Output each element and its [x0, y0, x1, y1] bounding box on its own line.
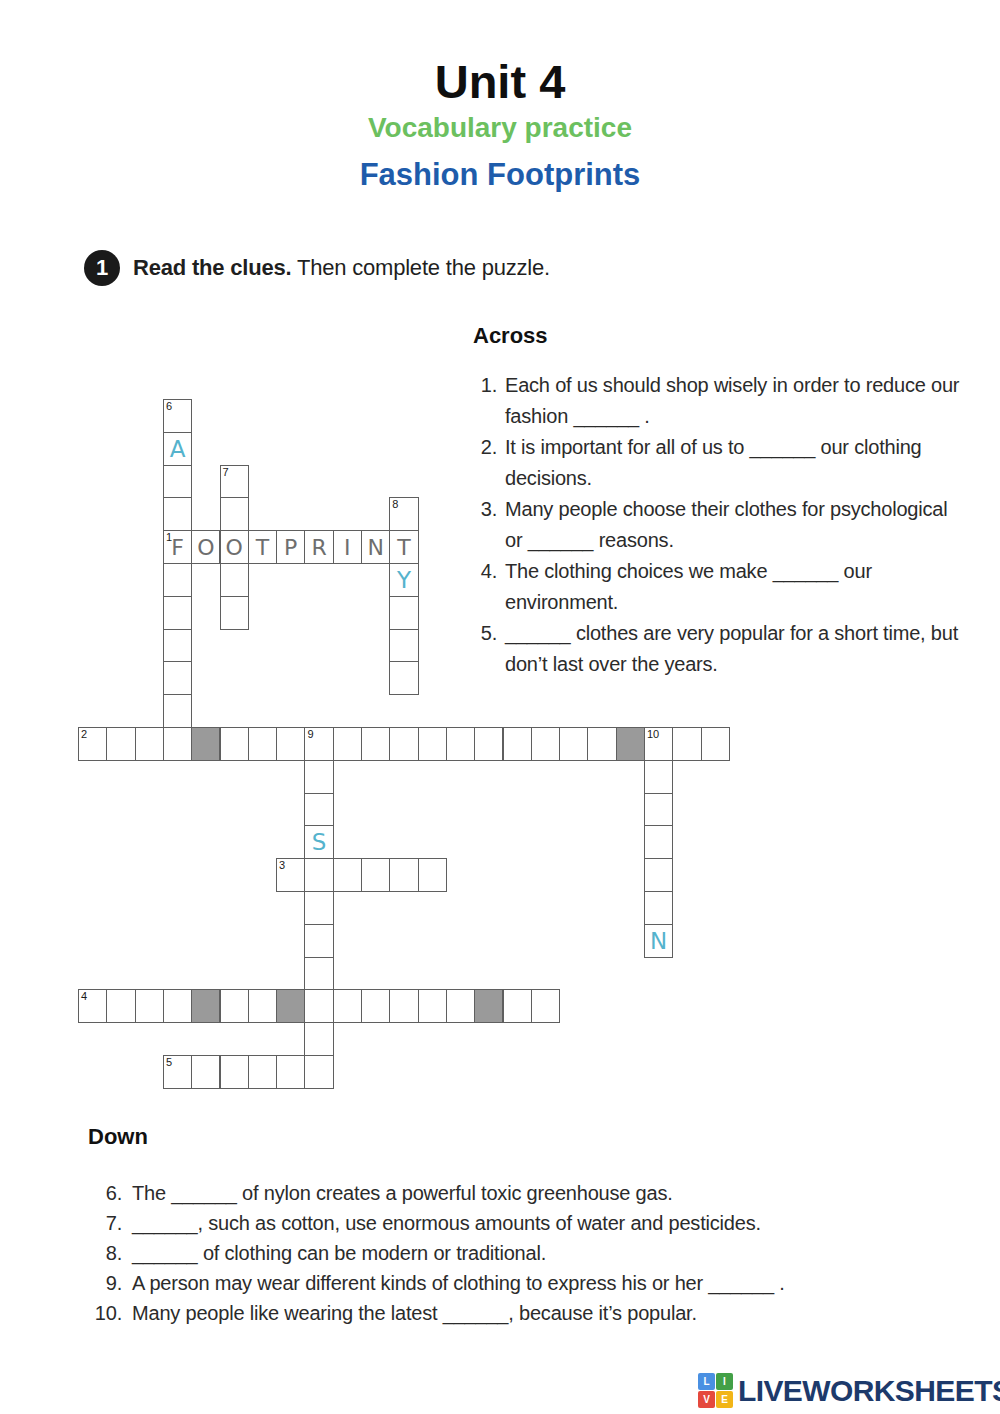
down-clue-9: 9. A person may wear different kinds of …	[88, 1268, 968, 1298]
page-topic: Fashion Footprints	[0, 157, 1000, 193]
grid-cell-r10c16[interactable]	[531, 727, 560, 761]
typed-letter: Y	[390, 564, 417, 596]
logo-square-i: I	[716, 1373, 733, 1390]
instruction-text: Read the clues. Then complete the puzzle…	[133, 255, 550, 281]
grid-cell-r10c18[interactable]	[587, 727, 616, 761]
grid-cell-r4c11[interactable]: T	[389, 530, 418, 564]
grid-cell-r18c16[interactable]	[531, 989, 560, 1023]
given-letter: T	[390, 531, 417, 563]
grid-cell-r4c5[interactable]: O	[220, 530, 249, 564]
grid-cell-r17c8[interactable]	[304, 957, 333, 991]
instruction-rest: Then complete the puzzle.	[291, 255, 550, 280]
grid-cell-r10c0[interactable]: 2	[78, 727, 107, 761]
clue-number: 8.	[88, 1238, 122, 1268]
grid-cell-r16c8[interactable]	[304, 924, 333, 958]
down-clue-10: 10. Many people like wearing the latest …	[88, 1298, 968, 1328]
clue-number-label: 8	[392, 499, 398, 510]
grid-cell-r4c3[interactable]: 1F	[163, 530, 192, 564]
grid-cell-r12c8[interactable]	[304, 793, 333, 827]
grid-cell-r18c3[interactable]	[163, 989, 192, 1023]
grid-cell-r0c3[interactable]: 6	[163, 399, 192, 433]
grid-cell-r10c1[interactable]	[106, 727, 135, 761]
grid-cell-r10c5[interactable]	[220, 727, 249, 761]
footer-brand-row: LIVE LIVEWORKSHEETS	[698, 1373, 1000, 1408]
grid-cell-r8c3[interactable]	[163, 661, 192, 695]
logo-square-l: L	[698, 1373, 715, 1390]
separator-cell-r18c4	[191, 989, 220, 1023]
clue-number: 4.	[473, 556, 497, 618]
grid-cell-r10c15[interactable]	[503, 727, 532, 761]
grid-cell-r20c5[interactable]	[220, 1055, 249, 1089]
given-letter: R	[305, 531, 332, 563]
clue-number: 6.	[88, 1178, 122, 1208]
typed-letter: N	[645, 925, 672, 957]
liveworksheets-logo-icon: LIVE	[698, 1373, 734, 1408]
clue-text: The ______ of nylon creates a powerful t…	[132, 1178, 968, 1208]
clue-number: 10.	[88, 1298, 122, 1328]
grid-cell-r3c11[interactable]: 8	[389, 497, 418, 531]
clue-number: 5.	[473, 618, 497, 680]
grid-cell-r18c13[interactable]	[446, 989, 475, 1023]
grid-cell-r14c8[interactable]	[304, 858, 333, 892]
grid-cell-r20c3[interactable]: 5	[163, 1055, 192, 1089]
down-clues-panel: Down 6. The ______ of nylon creates a po…	[88, 1124, 968, 1328]
liveworksheets-wordmark: LIVEWORKSHEETS	[738, 1374, 1000, 1408]
grid-cell-r20c6[interactable]	[248, 1055, 277, 1089]
across-clue-4: 4. The clothing choices we make ______ o…	[473, 556, 965, 618]
across-clue-3: 3. Many people choose their clothes for …	[473, 494, 965, 556]
grid-cell-r18c15[interactable]	[503, 989, 532, 1023]
clue-text: A person may wear different kinds of clo…	[132, 1268, 968, 1298]
clue-number-label: 2	[81, 729, 87, 740]
grid-cell-r20c4[interactable]	[191, 1055, 220, 1089]
separator-cell-r10c19	[616, 727, 645, 761]
clue-text: Many people like wearing the latest ____…	[132, 1298, 968, 1328]
across-clue-5: 5. ______ clothes are very popular for a…	[473, 618, 965, 680]
grid-cell-r10c2[interactable]	[135, 727, 164, 761]
grid-cell-r14c10[interactable]	[361, 858, 390, 892]
across-clue-2: 2. It is important for all of us to ____…	[473, 432, 965, 494]
grid-cell-r18c2[interactable]	[135, 989, 164, 1023]
grid-cell-r18c5[interactable]	[220, 989, 249, 1023]
grid-cell-r18c10[interactable]	[361, 989, 390, 1023]
grid-cell-r7c11[interactable]	[389, 629, 418, 663]
grid-cell-r10c6[interactable]	[248, 727, 277, 761]
grid-cell-r5c3[interactable]	[163, 563, 192, 597]
down-clue-6: 6. The ______ of nylon creates a powerfu…	[88, 1178, 968, 1208]
grid-cell-r20c7[interactable]	[276, 1055, 305, 1089]
across-clues-panel: Across 1. Each of us should shop wisely …	[473, 323, 965, 680]
grid-cell-r11c20[interactable]	[644, 760, 673, 794]
grid-cell-r14c12[interactable]	[418, 858, 447, 892]
grid-cell-r19c8[interactable]	[304, 1022, 333, 1056]
grid-cell-r10c9[interactable]	[333, 727, 362, 761]
grid-cell-r15c20[interactable]	[644, 891, 673, 925]
clue-number-label: 7	[223, 467, 229, 478]
separator-cell-r18c7	[276, 989, 305, 1023]
clue-number-label: 9	[307, 729, 313, 740]
page-title: Unit 4	[0, 54, 1000, 109]
grid-cell-r6c11[interactable]	[389, 596, 418, 630]
clue-number-label: 3	[279, 860, 285, 871]
clue-text: ______ of clothing can be modern or trad…	[132, 1238, 968, 1268]
grid-cell-r7c3[interactable]	[163, 629, 192, 663]
grid-cell-r14c7[interactable]: 3	[276, 858, 305, 892]
grid-cell-r10c22[interactable]	[701, 727, 730, 761]
grid-cell-r4c10[interactable]: N	[361, 530, 390, 564]
grid-cell-r10c17[interactable]	[559, 727, 588, 761]
given-letter: T	[249, 531, 276, 563]
grid-cell-r14c20[interactable]	[644, 858, 673, 892]
grid-cell-r4c9[interactable]: I	[333, 530, 362, 564]
separator-cell-r10c4	[191, 727, 220, 761]
grid-cell-r10c10[interactable]	[361, 727, 390, 761]
clue-text: The clothing choices we make ______ our …	[505, 556, 965, 618]
given-letter: N	[362, 531, 389, 563]
grid-cell-r4c7[interactable]: P	[276, 530, 305, 564]
grid-cell-r15c8[interactable]	[304, 891, 333, 925]
down-clue-8: 8. ______ of clothing can be modern or t…	[88, 1238, 968, 1268]
grid-cell-r1c3[interactable]: A	[163, 432, 192, 466]
given-letter: P	[277, 531, 304, 563]
grid-cell-r16c20[interactable]: N	[644, 924, 673, 958]
logo-square-e: E	[716, 1391, 733, 1408]
clue-number-label: 4	[81, 991, 87, 1002]
clue-number-label: 6	[166, 401, 172, 412]
clue-number: 7.	[88, 1208, 122, 1238]
grid-cell-r5c5[interactable]	[220, 563, 249, 597]
grid-cell-r18c1[interactable]	[106, 989, 135, 1023]
instruction-row: 1 Read the clues. Then complete the puzz…	[84, 250, 550, 286]
typed-letter: A	[164, 433, 191, 465]
grid-cell-r3c3[interactable]	[163, 497, 192, 531]
down-clue-7: 7. ______, such as cotton, use enormous …	[88, 1208, 968, 1238]
grid-cell-r2c3[interactable]	[163, 465, 192, 499]
logo-square-v: V	[698, 1391, 715, 1408]
grid-cell-r13c20[interactable]	[644, 825, 673, 859]
grid-cell-r10c3[interactable]	[163, 727, 192, 761]
instruction-bold: Read the clues.	[133, 255, 291, 280]
grid-cell-r6c3[interactable]	[163, 596, 192, 630]
grid-cell-r10c11[interactable]	[389, 727, 418, 761]
grid-cell-r9c3[interactable]	[163, 694, 192, 728]
clue-number: 2.	[473, 432, 497, 494]
across-title: Across	[473, 323, 965, 349]
down-title: Down	[88, 1124, 968, 1150]
page-subtitle: Vocabulary practice	[0, 112, 1000, 144]
grid-cell-r10c20[interactable]: 10	[644, 727, 673, 761]
given-letter: F	[164, 531, 191, 563]
grid-cell-r11c8[interactable]	[304, 760, 333, 794]
given-letter: O	[192, 531, 219, 563]
grid-cell-r20c8[interactable]	[304, 1055, 333, 1089]
grid-cell-r18c9[interactable]	[333, 989, 362, 1023]
grid-cell-r13c8[interactable]: S	[304, 825, 333, 859]
clue-number: 1.	[473, 370, 497, 432]
grid-cell-r10c21[interactable]	[672, 727, 701, 761]
grid-cell-r4c6[interactable]: T	[248, 530, 277, 564]
clue-number-label: 10	[647, 729, 659, 740]
grid-cell-r18c6[interactable]	[248, 989, 277, 1023]
grid-cell-r10c12[interactable]	[418, 727, 447, 761]
grid-cell-r10c13[interactable]	[446, 727, 475, 761]
clue-text: Each of us should shop wisely in order t…	[505, 370, 965, 432]
separator-cell-r18c14	[474, 989, 503, 1023]
grid-cell-r4c8[interactable]: R	[304, 530, 333, 564]
grid-cell-r18c0[interactable]: 4	[78, 989, 107, 1023]
clue-text: Many people choose their clothes for psy…	[505, 494, 965, 556]
grid-cell-r18c11[interactable]	[389, 989, 418, 1023]
clue-number-label: 5	[166, 1057, 172, 1068]
grid-cell-r10c14[interactable]	[474, 727, 503, 761]
typed-letter: S	[305, 826, 332, 858]
grid-cell-r12c20[interactable]	[644, 793, 673, 827]
grid-cell-r4c4[interactable]: O	[191, 530, 220, 564]
clue-text: ______, such as cotton, use enormous amo…	[132, 1208, 968, 1238]
grid-cell-r14c9[interactable]	[333, 858, 362, 892]
clue-text: ______ clothes are very popular for a sh…	[505, 618, 965, 680]
clue-number: 9.	[88, 1268, 122, 1298]
grid-cell-r3c5[interactable]	[220, 497, 249, 531]
grid-cell-r5c11[interactable]: Y	[389, 563, 418, 597]
given-letter: O	[221, 531, 248, 563]
grid-cell-r14c11[interactable]	[389, 858, 418, 892]
grid-cell-r18c12[interactable]	[418, 989, 447, 1023]
exercise-number-badge: 1	[84, 250, 120, 286]
clue-text: It is important for all of us to ______ …	[505, 432, 965, 494]
grid-cell-r10c8[interactable]: 9	[304, 727, 333, 761]
grid-cell-r6c5[interactable]	[220, 596, 249, 630]
grid-cell-r18c8[interactable]	[304, 989, 333, 1023]
across-clue-1: 1. Each of us should shop wisely in orde…	[473, 370, 965, 432]
given-letter: I	[334, 531, 361, 563]
grid-cell-r8c11[interactable]	[389, 661, 418, 695]
clue-number: 3.	[473, 494, 497, 556]
grid-cell-r2c5[interactable]: 7	[220, 465, 249, 499]
worksheet-page: Unit 4 Vocabulary practice Fashion Footp…	[0, 0, 1000, 1414]
grid-cell-r10c7[interactable]	[276, 727, 305, 761]
